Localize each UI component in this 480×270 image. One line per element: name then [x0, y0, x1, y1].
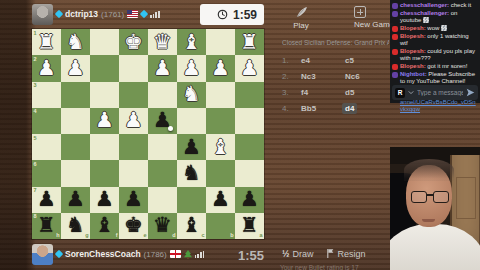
- square-a7[interactable]: ♟: [235, 187, 264, 213]
- move-white[interactable]: Bb5: [298, 103, 319, 114]
- square-d7[interactable]: [148, 187, 177, 213]
- chess-board: 1♜♞♚♛♝♜2♟♟♟♟♟♟3♞4♟♟♟5♟♝6♞7♟♟♟♟♟♟8h♜g♞f♝e…: [32, 29, 264, 239]
- square-h7[interactable]: 7♟: [32, 187, 61, 213]
- diamond-icon: [140, 10, 148, 18]
- opponent-clock-time: 1:59: [233, 8, 257, 22]
- chat-message-text: Blopesh: got it mr soren!: [400, 63, 467, 70]
- piece-black-queen[interactable]: ♛: [148, 213, 177, 239]
- square-d8[interactable]: d♛: [148, 213, 177, 239]
- piece-black-pawn[interactable]: ♟: [90, 187, 119, 213]
- move-number: 3.: [282, 88, 298, 97]
- tab-play[interactable]: Play: [286, 6, 316, 30]
- square-e4[interactable]: ♟: [119, 108, 148, 134]
- piece-white-queen[interactable]: ♛: [148, 29, 177, 55]
- piece-white-pawn[interactable]: ♟: [90, 108, 119, 134]
- piece-black-pawn[interactable]: ♟: [177, 134, 206, 160]
- square-g1[interactable]: ♞: [61, 29, 90, 55]
- move-cell: f4: [298, 88, 342, 97]
- square-b5[interactable]: ♝: [206, 134, 235, 160]
- chat-emote-icon: [423, 17, 429, 23]
- webcam-view: [390, 147, 480, 270]
- piece-white-knight[interactable]: ♞: [177, 82, 206, 108]
- piece-white-bishop[interactable]: ♝: [206, 134, 235, 160]
- move-black[interactable]: c5: [342, 55, 357, 66]
- chat-message: Blopesh: wow: [392, 25, 478, 32]
- square-h1[interactable]: 1♜: [32, 29, 61, 55]
- square-f6[interactable]: [90, 160, 119, 186]
- chat-message: Blopesh: got it mr soren!: [392, 63, 478, 70]
- tab-new-game-label: New Game: [354, 20, 394, 29]
- square-b2[interactable]: ♟: [206, 55, 235, 81]
- streamer-clock-time: 1:55: [238, 248, 264, 263]
- chat-message-text: chesschallenger: check it: [400, 2, 471, 9]
- square-g2[interactable]: ♟: [61, 55, 90, 81]
- square-c6[interactable]: ♞: [177, 160, 206, 186]
- move-row: 1.e4c5: [282, 52, 390, 68]
- square-f8[interactable]: f♝: [90, 213, 119, 239]
- move-row: 4.Bb5d4: [282, 100, 390, 116]
- piece-white-pawn[interactable]: ♟: [32, 55, 61, 81]
- chat-username[interactable]: Blopesh:: [400, 33, 427, 39]
- mouse-cursor: [168, 126, 173, 131]
- piece-black-bishop[interactable]: ♝: [90, 213, 119, 239]
- resign-button[interactable]: Resign: [326, 248, 366, 259]
- square-h3[interactable]: 3: [32, 82, 61, 108]
- piece-black-pawn[interactable]: ♟: [148, 108, 177, 134]
- move-list: 1.e4c52.Nc3Nc63.f4d54.Bb5d4: [282, 52, 390, 116]
- england-flag-icon: [170, 250, 181, 258]
- square-c3[interactable]: ♞: [177, 82, 206, 108]
- chat-user-badge[interactable]: [392, 34, 398, 40]
- resign-label: Resign: [338, 249, 366, 259]
- square-e2[interactable]: [119, 55, 148, 81]
- move-cell: c5: [342, 56, 386, 65]
- chat-emote-icon: [441, 25, 447, 31]
- piece-black-rook[interactable]: ♜: [235, 213, 264, 239]
- square-e8[interactable]: e♚: [119, 213, 148, 239]
- square-g4[interactable]: [61, 108, 90, 134]
- opening-name: Closed Sicilian Defense: Grand Prix Atta…: [282, 39, 389, 46]
- square-c4[interactable]: [177, 108, 206, 134]
- square-b7[interactable]: ♟: [206, 187, 235, 213]
- chat-message: Blopesh: only 1 watching wtf: [392, 33, 478, 47]
- square-c5[interactable]: ♟: [177, 134, 206, 160]
- square-d3[interactable]: [148, 82, 177, 108]
- piece-white-rook[interactable]: ♜: [235, 29, 264, 55]
- opponent-clock: 1:59: [200, 4, 264, 25]
- square-g3[interactable]: [61, 82, 90, 108]
- square-e6[interactable]: [119, 160, 148, 186]
- draw-button[interactable]: ½ Draw: [282, 249, 314, 259]
- square-f7[interactable]: ♟: [90, 187, 119, 213]
- piece-black-pawn[interactable]: ♟: [119, 187, 148, 213]
- chat-user-badge[interactable]: [392, 26, 398, 32]
- square-f1[interactable]: [90, 29, 119, 55]
- square-c1[interactable]: ♝: [177, 29, 206, 55]
- square-d4[interactable]: ♟: [148, 108, 177, 134]
- square-a4[interactable]: [235, 108, 264, 134]
- game-panel: Play New Game Closed Sicilian Defense: G…: [278, 0, 390, 270]
- piece-black-pawn[interactable]: ♟: [206, 187, 235, 213]
- rank-label: 5: [34, 136, 37, 142]
- stream-frame: dctrip13 (1761) 1:59 1♜♞♚♛♝♜2♟♟♟♟♟♟3♞4♟♟…: [0, 0, 480, 270]
- send-icon[interactable]: [466, 88, 475, 97]
- move-white[interactable]: e4: [298, 55, 313, 66]
- square-d1[interactable]: ♛: [148, 29, 177, 55]
- piece-white-pawn[interactable]: ♟: [235, 55, 264, 81]
- square-c8[interactable]: c♝: [177, 213, 206, 239]
- chat-username[interactable]: Blopesh:: [400, 48, 427, 54]
- game-controls: ½ Draw Resign: [282, 248, 366, 259]
- square-b4[interactable]: [206, 108, 235, 134]
- piece-black-pawn[interactable]: ♟: [32, 187, 61, 213]
- piece-white-bishop[interactable]: ♝: [177, 29, 206, 55]
- play-feather-icon: [295, 6, 308, 19]
- square-b6[interactable]: [206, 160, 235, 186]
- move-white[interactable]: Nc3: [298, 71, 319, 82]
- piece-black-pawn[interactable]: ♟: [235, 187, 264, 213]
- square-a2[interactable]: ♟: [235, 55, 264, 81]
- piece-white-knight[interactable]: ♞: [61, 29, 90, 55]
- chat-message-text: Blopesh: only 1 watching wtf: [400, 33, 478, 47]
- square-d5[interactable]: [148, 134, 177, 160]
- opponent-avatar[interactable]: [32, 4, 53, 25]
- opponent-name[interactable]: dctrip13: [65, 9, 98, 19]
- move-black[interactable]: d5: [342, 87, 357, 98]
- tab-play-label: Play: [293, 21, 309, 30]
- rank-label: 6: [34, 162, 37, 168]
- chat-message: Blopesh: could you pls play with me???: [392, 48, 478, 62]
- piece-white-pawn[interactable]: ♟: [177, 55, 206, 81]
- chat-input-placeholder: Type a message...: [417, 89, 463, 96]
- connection-bars-icon: [150, 10, 159, 18]
- rank-label: 3: [34, 83, 37, 89]
- chat-user-badge[interactable]: [392, 64, 398, 70]
- square-c2[interactable]: ♟: [177, 55, 206, 81]
- piece-white-pawn[interactable]: ♟: [206, 55, 235, 81]
- square-e7[interactable]: ♟: [119, 187, 148, 213]
- piece-black-king[interactable]: ♚: [119, 213, 148, 239]
- opponent-rating: (1761): [101, 10, 124, 19]
- square-f4[interactable]: ♟: [90, 108, 119, 134]
- diamond-membership-icon: [55, 250, 63, 258]
- chat-user-badge[interactable]: [392, 3, 398, 9]
- streamer-mouth: [422, 219, 435, 222]
- us-flag-icon: [127, 10, 138, 18]
- square-b3[interactable]: [206, 82, 235, 108]
- chat-username[interactable]: Blopesh:: [400, 25, 427, 31]
- chat-username[interactable]: Blopesh:: [400, 63, 427, 69]
- square-g7[interactable]: ♟: [61, 187, 90, 213]
- piece-white-pawn[interactable]: ♟: [148, 55, 177, 81]
- square-f3[interactable]: [90, 82, 119, 108]
- chat-message-text: Blopesh: could you pls play with me???: [400, 48, 478, 62]
- square-d2[interactable]: ♟: [148, 55, 177, 81]
- piece-black-knight[interactable]: ♞: [177, 160, 206, 186]
- move-cell: d5: [342, 88, 386, 97]
- chat-user-badge[interactable]: [392, 49, 398, 55]
- plus-icon: [354, 6, 366, 18]
- square-g8[interactable]: g♞: [61, 213, 90, 239]
- move-black[interactable]: d4: [342, 103, 357, 114]
- move-cell: d4: [342, 104, 386, 113]
- move-cell: Nc6: [342, 72, 386, 81]
- square-g5[interactable]: [61, 134, 90, 160]
- square-h5[interactable]: 5: [32, 134, 61, 160]
- square-c7[interactable]: [177, 187, 206, 213]
- piece-black-rook[interactable]: ♜: [32, 213, 61, 239]
- square-e3[interactable]: [119, 82, 148, 108]
- diamond-membership-icon: [55, 10, 63, 18]
- streamer-hair: [404, 159, 454, 181]
- connection-bars-icon: [195, 250, 204, 258]
- piece-white-rook[interactable]: ♜: [32, 29, 61, 55]
- piece-white-pawn[interactable]: ♟: [119, 108, 148, 134]
- chat-username[interactable]: chesschallenger:: [400, 2, 451, 8]
- chat-message-text: Blopesh: wow: [400, 25, 447, 32]
- square-a5[interactable]: [235, 134, 264, 160]
- streamer-clock: 1:55: [214, 245, 264, 265]
- square-a3[interactable]: [235, 82, 264, 108]
- piece-black-knight[interactable]: ♞: [61, 213, 90, 239]
- chat-message: chesschallenger: check it: [392, 2, 478, 9]
- file-label: b: [230, 233, 233, 239]
- move-number: 1.: [282, 56, 298, 65]
- chat-input[interactable]: R Type a message...: [392, 85, 478, 100]
- square-d6[interactable]: [148, 160, 177, 186]
- streamer-avatar[interactable]: [32, 244, 53, 265]
- move-row: 2.Nc3Nc6: [282, 68, 390, 84]
- square-f5[interactable]: [90, 134, 119, 160]
- glasses-icon: [411, 191, 449, 203]
- square-e5[interactable]: [119, 134, 148, 160]
- square-g6[interactable]: [61, 160, 90, 186]
- chat-message-text: chesschallenger: on youtube: [400, 10, 478, 24]
- draw-label: Draw: [293, 249, 314, 259]
- move-row: 3.f4d5: [282, 84, 390, 100]
- piece-white-pawn[interactable]: ♟: [61, 55, 90, 81]
- streamer-name[interactable]: SorenChessCoach: [65, 249, 141, 259]
- chat-user-badge[interactable]: [392, 11, 398, 17]
- half-point-icon: ½: [282, 249, 290, 259]
- square-f2[interactable]: [90, 55, 119, 81]
- square-h8[interactable]: 8h♜: [32, 213, 61, 239]
- move-cell: Bb5: [298, 104, 342, 113]
- streamer-rating: (1786): [144, 250, 167, 259]
- rating-note: Your new Bullet rating is 17: [280, 264, 400, 270]
- square-h6[interactable]: 6: [32, 160, 61, 186]
- rank-label: 4: [34, 109, 37, 115]
- chat-user-badge[interactable]: [392, 72, 398, 78]
- move-cell: e4: [298, 56, 342, 65]
- square-a6[interactable]: [235, 160, 264, 186]
- square-h4[interactable]: 4: [32, 108, 61, 134]
- resign-flag-icon: [326, 248, 335, 259]
- square-b1[interactable]: [206, 29, 235, 55]
- square-a8[interactable]: a♜: [235, 213, 264, 239]
- chat-username[interactable]: Nightbot:: [400, 71, 428, 77]
- piece-black-pawn[interactable]: ♟: [61, 187, 90, 213]
- chat-avatar[interactable]: R: [395, 88, 405, 98]
- square-b8[interactable]: b: [206, 213, 235, 239]
- chat-panel: chesschallenger: check itchesschallenger…: [390, 0, 480, 103]
- move-white[interactable]: f4: [298, 87, 311, 98]
- move-black[interactable]: Nc6: [342, 71, 363, 82]
- square-a1[interactable]: ♜: [235, 29, 264, 55]
- chat-message: chesschallenger: on youtube: [392, 10, 478, 24]
- piece-black-bishop[interactable]: ♝: [177, 213, 206, 239]
- tree-icon: [184, 250, 192, 259]
- move-cell: Nc3: [298, 72, 342, 81]
- move-number: 4.: [282, 104, 298, 113]
- chevron-down-icon[interactable]: [408, 90, 414, 95]
- chat-username[interactable]: chesschallenger:: [400, 10, 451, 16]
- move-number: 2.: [282, 72, 298, 81]
- piece-white-king[interactable]: ♚: [119, 29, 148, 55]
- clock-icon: [217, 9, 228, 20]
- square-e1[interactable]: ♚: [119, 29, 148, 55]
- square-h2[interactable]: 2♟: [32, 55, 61, 81]
